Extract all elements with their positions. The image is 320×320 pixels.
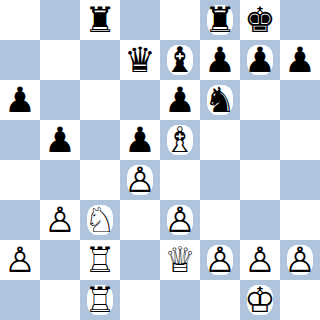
white-king-glyph: ♔ bbox=[244, 283, 275, 318]
piece-black-pawn[interactable]: ♟ bbox=[160, 80, 200, 120]
piece-white-bishop[interactable]: ♗ bbox=[160, 120, 200, 160]
square-f5[interactable] bbox=[200, 120, 240, 160]
square-e5[interactable]: ♗ bbox=[160, 120, 200, 160]
square-c3[interactable]: ♘ bbox=[80, 200, 120, 240]
white-pawn-glyph: ♙ bbox=[204, 243, 235, 278]
square-b7[interactable] bbox=[40, 40, 80, 80]
square-f6[interactable]: ♞ bbox=[200, 80, 240, 120]
piece-white-pawn[interactable]: ♙ bbox=[40, 200, 80, 240]
white-pawn-glyph: ♙ bbox=[244, 243, 275, 278]
white-pawn-glyph: ♙ bbox=[124, 163, 155, 198]
square-g3[interactable] bbox=[240, 200, 280, 240]
square-g6[interactable] bbox=[240, 80, 280, 120]
square-a8[interactable] bbox=[0, 0, 40, 40]
square-f8[interactable]: ♜ bbox=[200, 0, 240, 40]
square-b1[interactable] bbox=[40, 280, 80, 320]
square-a5[interactable] bbox=[0, 120, 40, 160]
black-bishop-glyph: ♝ bbox=[164, 43, 195, 78]
square-g1[interactable]: ♔ bbox=[240, 280, 280, 320]
square-c6[interactable] bbox=[80, 80, 120, 120]
square-e4[interactable] bbox=[160, 160, 200, 200]
square-d5[interactable]: ♟ bbox=[120, 120, 160, 160]
piece-white-pawn[interactable]: ♙ bbox=[280, 240, 320, 280]
black-pawn-glyph: ♟ bbox=[44, 123, 75, 158]
black-queen-glyph: ♛ bbox=[124, 43, 155, 78]
piece-black-bishop[interactable]: ♝ bbox=[160, 40, 200, 80]
black-pawn-glyph: ♟ bbox=[4, 83, 35, 118]
piece-white-rook[interactable]: ♖ bbox=[80, 280, 120, 320]
white-rook-glyph: ♖ bbox=[84, 243, 115, 278]
black-rook-glyph: ♜ bbox=[204, 3, 235, 38]
piece-white-pawn[interactable]: ♙ bbox=[120, 160, 160, 200]
square-h4[interactable] bbox=[280, 160, 320, 200]
square-f4[interactable] bbox=[200, 160, 240, 200]
square-d6[interactable] bbox=[120, 80, 160, 120]
piece-black-queen[interactable]: ♛ bbox=[120, 40, 160, 80]
square-e7[interactable]: ♝ bbox=[160, 40, 200, 80]
piece-black-pawn[interactable]: ♟ bbox=[200, 40, 240, 80]
square-e3[interactable]: ♙ bbox=[160, 200, 200, 240]
square-b4[interactable] bbox=[40, 160, 80, 200]
chess-board: ♜♜♚♛♝♟♟♟♟♟♞♟♟♗♙♙♘♙♙♖♕♙♙♙♖♔ bbox=[0, 0, 320, 320]
piece-black-knight[interactable]: ♞ bbox=[200, 80, 240, 120]
square-b3[interactable]: ♙ bbox=[40, 200, 80, 240]
square-g8[interactable]: ♚ bbox=[240, 0, 280, 40]
white-pawn-glyph: ♙ bbox=[4, 243, 35, 278]
piece-black-pawn[interactable]: ♟ bbox=[0, 80, 40, 120]
square-g4[interactable] bbox=[240, 160, 280, 200]
piece-black-pawn[interactable]: ♟ bbox=[120, 120, 160, 160]
square-c7[interactable] bbox=[80, 40, 120, 80]
black-pawn-glyph: ♟ bbox=[244, 43, 275, 78]
square-d7[interactable]: ♛ bbox=[120, 40, 160, 80]
square-a7[interactable] bbox=[0, 40, 40, 80]
square-e6[interactable]: ♟ bbox=[160, 80, 200, 120]
white-pawn-glyph: ♙ bbox=[44, 203, 75, 238]
piece-white-knight[interactable]: ♘ bbox=[80, 200, 120, 240]
square-g2[interactable]: ♙ bbox=[240, 240, 280, 280]
piece-black-pawn[interactable]: ♟ bbox=[280, 40, 320, 80]
square-c2[interactable]: ♖ bbox=[80, 240, 120, 280]
white-rook-glyph: ♖ bbox=[84, 283, 115, 318]
square-h1[interactable] bbox=[280, 280, 320, 320]
square-f1[interactable] bbox=[200, 280, 240, 320]
square-e2[interactable]: ♕ bbox=[160, 240, 200, 280]
piece-black-rook[interactable]: ♜ bbox=[80, 0, 120, 40]
black-pawn-glyph: ♟ bbox=[284, 43, 315, 78]
square-b6[interactable] bbox=[40, 80, 80, 120]
square-d4[interactable]: ♙ bbox=[120, 160, 160, 200]
white-bishop-glyph: ♗ bbox=[164, 123, 195, 158]
black-pawn-glyph: ♟ bbox=[124, 123, 155, 158]
black-rook-glyph: ♜ bbox=[84, 3, 115, 38]
square-h6[interactable] bbox=[280, 80, 320, 120]
white-pawn-glyph: ♙ bbox=[284, 243, 315, 278]
black-king-glyph: ♚ bbox=[244, 3, 275, 38]
piece-black-king[interactable]: ♚ bbox=[240, 0, 280, 40]
square-d1[interactable] bbox=[120, 280, 160, 320]
square-e8[interactable] bbox=[160, 0, 200, 40]
square-a3[interactable] bbox=[0, 200, 40, 240]
square-h3[interactable] bbox=[280, 200, 320, 240]
piece-white-queen[interactable]: ♕ bbox=[160, 240, 200, 280]
square-d2[interactable] bbox=[120, 240, 160, 280]
piece-white-king[interactable]: ♔ bbox=[240, 280, 280, 320]
white-queen-glyph: ♕ bbox=[164, 243, 195, 278]
square-c4[interactable] bbox=[80, 160, 120, 200]
white-knight-glyph: ♘ bbox=[84, 203, 115, 238]
piece-black-pawn[interactable]: ♟ bbox=[240, 40, 280, 80]
square-c8[interactable]: ♜ bbox=[80, 0, 120, 40]
square-h7[interactable]: ♟ bbox=[280, 40, 320, 80]
black-pawn-glyph: ♟ bbox=[204, 43, 235, 78]
square-h2[interactable]: ♙ bbox=[280, 240, 320, 280]
square-h8[interactable] bbox=[280, 0, 320, 40]
square-a2[interactable]: ♙ bbox=[0, 240, 40, 280]
piece-white-pawn[interactable]: ♙ bbox=[200, 240, 240, 280]
square-d3[interactable] bbox=[120, 200, 160, 240]
square-a6[interactable]: ♟ bbox=[0, 80, 40, 120]
piece-white-pawn[interactable]: ♙ bbox=[160, 200, 200, 240]
square-h5[interactable] bbox=[280, 120, 320, 160]
square-f2[interactable]: ♙ bbox=[200, 240, 240, 280]
square-b2[interactable] bbox=[40, 240, 80, 280]
square-c5[interactable] bbox=[80, 120, 120, 160]
square-d8[interactable] bbox=[120, 0, 160, 40]
piece-white-rook[interactable]: ♖ bbox=[80, 240, 120, 280]
square-b5[interactable]: ♟ bbox=[40, 120, 80, 160]
square-g7[interactable]: ♟ bbox=[240, 40, 280, 80]
square-e1[interactable] bbox=[160, 280, 200, 320]
white-pawn-glyph: ♙ bbox=[164, 203, 195, 238]
square-f7[interactable]: ♟ bbox=[200, 40, 240, 80]
square-a4[interactable] bbox=[0, 160, 40, 200]
square-a1[interactable] bbox=[0, 280, 40, 320]
piece-white-pawn[interactable]: ♙ bbox=[240, 240, 280, 280]
square-b8[interactable] bbox=[40, 0, 80, 40]
piece-white-pawn[interactable]: ♙ bbox=[0, 240, 40, 280]
square-g5[interactable] bbox=[240, 120, 280, 160]
piece-black-pawn[interactable]: ♟ bbox=[40, 120, 80, 160]
black-pawn-glyph: ♟ bbox=[164, 83, 195, 118]
piece-black-rook[interactable]: ♜ bbox=[200, 0, 240, 40]
black-knight-glyph: ♞ bbox=[204, 83, 235, 118]
square-c1[interactable]: ♖ bbox=[80, 280, 120, 320]
square-f3[interactable] bbox=[200, 200, 240, 240]
